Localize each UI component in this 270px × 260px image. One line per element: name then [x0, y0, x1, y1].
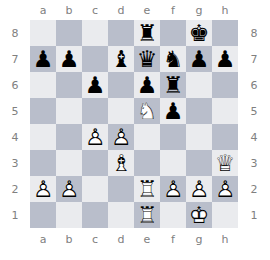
square-e3[interactable] — [134, 150, 160, 176]
file-label-top-d: d — [108, 0, 134, 20]
square-a7[interactable]: ♟ — [30, 46, 56, 72]
file-label-bottom-b: b — [56, 228, 82, 260]
rank-label-left-4: 4 — [0, 124, 30, 150]
piece-black-pawn-c6[interactable]: ♟ — [82, 72, 108, 98]
piece-white-pawn-c4[interactable]: ♟♙ — [82, 124, 108, 150]
square-d2[interactable] — [108, 176, 134, 202]
king-icon: ♔ — [186, 202, 212, 228]
pawn-icon: ♙ — [160, 176, 186, 202]
queen-icon: ♕ — [212, 150, 238, 176]
piece-black-pawn-b7[interactable]: ♟ — [56, 46, 82, 72]
square-d4[interactable]: ♟♙ — [108, 124, 134, 150]
rank-label-right-7: 7 — [238, 46, 270, 72]
square-d1[interactable] — [108, 202, 134, 228]
rank-label-left-3: 3 — [0, 150, 30, 176]
pawn-icon: ♟ — [160, 98, 186, 124]
square-b6[interactable] — [56, 72, 82, 98]
piece-white-rook-e1[interactable]: ♜♖ — [134, 202, 160, 228]
file-label-bottom-h: h — [212, 228, 238, 260]
pawn-icon: ♟ — [134, 72, 160, 98]
piece-black-king-g8[interactable]: ♚ — [186, 20, 212, 46]
rank-label-left-1: 1 — [0, 202, 30, 228]
piece-black-pawn-e6[interactable]: ♟ — [134, 72, 160, 98]
square-e6[interactable]: ♟ — [134, 72, 160, 98]
square-f3[interactable] — [160, 150, 186, 176]
square-d6[interactable] — [108, 72, 134, 98]
square-c3[interactable] — [82, 150, 108, 176]
corner-top-left — [0, 0, 30, 20]
queen-icon: ♛ — [134, 46, 160, 72]
square-g3[interactable] — [186, 150, 212, 176]
pawn-icon: ♙ — [30, 176, 56, 202]
piece-black-rook-e8[interactable]: ♜ — [134, 20, 160, 46]
piece-black-pawn-h7[interactable]: ♟ — [212, 46, 238, 72]
square-g2[interactable]: ♟♙ — [186, 176, 212, 202]
rook-icon: ♖ — [134, 176, 160, 202]
chess-board: abcdefgh8♜♚87♟♟♝♛♞♟♟76♟♟♜65♞♘♟54♟♙♟♙43♝♗… — [0, 0, 270, 260]
square-d7[interactable]: ♝ — [108, 46, 134, 72]
square-b5[interactable] — [56, 98, 82, 124]
square-c5[interactable] — [82, 98, 108, 124]
square-f4[interactable] — [160, 124, 186, 150]
square-e2[interactable]: ♜♖ — [134, 176, 160, 202]
square-g8[interactable]: ♚ — [186, 20, 212, 46]
square-a1[interactable] — [30, 202, 56, 228]
rank-label-left-8: 8 — [0, 20, 30, 46]
piece-white-pawn-d4[interactable]: ♟♙ — [108, 124, 134, 150]
piece-black-bishop-d7[interactable]: ♝ — [108, 46, 134, 72]
square-c4[interactable]: ♟♙ — [82, 124, 108, 150]
square-h2[interactable]: ♟♙ — [212, 176, 238, 202]
square-e4[interactable] — [134, 124, 160, 150]
file-label-bottom-f: f — [160, 228, 186, 260]
pawn-icon: ♟ — [56, 46, 82, 72]
piece-white-pawn-f2[interactable]: ♟♙ — [160, 176, 186, 202]
pawn-icon: ♟ — [212, 46, 238, 72]
square-g6[interactable] — [186, 72, 212, 98]
square-g4[interactable] — [186, 124, 212, 150]
square-b8[interactable] — [56, 20, 82, 46]
piece-white-knight-e5[interactable]: ♞♘ — [134, 98, 160, 124]
pawn-icon: ♙ — [82, 124, 108, 150]
square-c8[interactable] — [82, 20, 108, 46]
file-label-bottom-c: c — [82, 228, 108, 260]
square-e7[interactable]: ♛ — [134, 46, 160, 72]
piece-white-pawn-g2[interactable]: ♟♙ — [186, 176, 212, 202]
square-c6[interactable]: ♟ — [82, 72, 108, 98]
square-d5[interactable] — [108, 98, 134, 124]
square-h4[interactable] — [212, 124, 238, 150]
square-h6[interactable] — [212, 72, 238, 98]
piece-black-pawn-a7[interactable]: ♟ — [30, 46, 56, 72]
rank-label-right-3: 3 — [238, 150, 270, 176]
piece-black-pawn-f5[interactable]: ♟ — [160, 98, 186, 124]
square-a8[interactable] — [30, 20, 56, 46]
rank-label-right-2: 2 — [238, 176, 270, 202]
file-label-top-e: e — [134, 0, 160, 20]
square-e5[interactable]: ♞♘ — [134, 98, 160, 124]
square-b4[interactable] — [56, 124, 82, 150]
rank-label-right-8: 8 — [238, 20, 270, 46]
file-label-top-b: b — [56, 0, 82, 20]
square-c7[interactable] — [82, 46, 108, 72]
file-label-top-f: f — [160, 0, 186, 20]
knight-icon: ♘ — [134, 98, 160, 124]
file-label-top-a: a — [30, 0, 56, 20]
square-a6[interactable] — [30, 72, 56, 98]
knight-icon: ♞ — [160, 46, 186, 72]
square-h7[interactable]: ♟ — [212, 46, 238, 72]
square-c1[interactable] — [82, 202, 108, 228]
pawn-icon: ♙ — [108, 124, 134, 150]
file-label-bottom-a: a — [30, 228, 56, 260]
rank-label-left-6: 6 — [0, 72, 30, 98]
rank-label-right-4: 4 — [238, 124, 270, 150]
square-h8[interactable] — [212, 20, 238, 46]
rank-label-left-7: 7 — [0, 46, 30, 72]
square-c2[interactable] — [82, 176, 108, 202]
square-a3[interactable] — [30, 150, 56, 176]
square-e8[interactable]: ♜ — [134, 20, 160, 46]
rank-label-right-1: 1 — [238, 202, 270, 228]
square-f6[interactable]: ♜ — [160, 72, 186, 98]
chess-diagram: abcdefgh8♜♚87♟♟♝♛♞♟♟76♟♟♜65♞♘♟54♟♙♟♙43♝♗… — [0, 0, 270, 260]
rank-label-left-5: 5 — [0, 98, 30, 124]
piece-white-pawn-h2[interactable]: ♟♙ — [212, 176, 238, 202]
piece-black-rook-f6[interactable]: ♜ — [160, 72, 186, 98]
pawn-icon: ♙ — [212, 176, 238, 202]
file-label-top-g: g — [186, 0, 212, 20]
file-label-top-h: h — [212, 0, 238, 20]
square-f7[interactable]: ♞ — [160, 46, 186, 72]
file-label-bottom-e: e — [134, 228, 160, 260]
corner-bottom-left — [0, 228, 30, 260]
square-h1[interactable] — [212, 202, 238, 228]
square-a5[interactable] — [30, 98, 56, 124]
rank-label-right-5: 5 — [238, 98, 270, 124]
square-d8[interactable] — [108, 20, 134, 46]
square-b7[interactable]: ♟ — [56, 46, 82, 72]
square-a2[interactable]: ♟♙ — [30, 176, 56, 202]
corner-bottom-right — [238, 228, 270, 260]
pawn-icon: ♟ — [30, 46, 56, 72]
square-b2[interactable]: ♟♙ — [56, 176, 82, 202]
pawn-icon: ♙ — [186, 176, 212, 202]
king-icon: ♚ — [186, 20, 212, 46]
rank-label-left-2: 2 — [0, 176, 30, 202]
piece-black-queen-e7[interactable]: ♛ — [134, 46, 160, 72]
square-b3[interactable] — [56, 150, 82, 176]
square-b1[interactable] — [56, 202, 82, 228]
file-label-bottom-g: g — [186, 228, 212, 260]
pawn-icon: ♙ — [56, 176, 82, 202]
bishop-icon: ♝ — [108, 46, 134, 72]
corner-top-right — [238, 0, 270, 20]
pawn-icon: ♟ — [82, 72, 108, 98]
square-g1[interactable]: ♚♔ — [186, 202, 212, 228]
pawn-icon: ♟ — [186, 46, 212, 72]
rook-icon: ♖ — [134, 202, 160, 228]
piece-black-pawn-g7[interactable]: ♟ — [186, 46, 212, 72]
square-g5[interactable] — [186, 98, 212, 124]
square-f1[interactable] — [160, 202, 186, 228]
square-a4[interactable] — [30, 124, 56, 150]
square-d3[interactable]: ♝♗ — [108, 150, 134, 176]
square-f8[interactable] — [160, 20, 186, 46]
rook-icon: ♜ — [134, 20, 160, 46]
piece-white-pawn-b2[interactable]: ♟♙ — [56, 176, 82, 202]
piece-white-rook-e2[interactable]: ♜♖ — [134, 176, 160, 202]
rank-label-right-6: 6 — [238, 72, 270, 98]
piece-white-pawn-a2[interactable]: ♟♙ — [30, 176, 56, 202]
piece-white-queen-h3[interactable]: ♛♕ — [212, 150, 238, 176]
square-h5[interactable] — [212, 98, 238, 124]
rook-icon: ♜ — [160, 72, 186, 98]
piece-white-king-g1[interactable]: ♚♔ — [186, 202, 212, 228]
piece-black-knight-f7[interactable]: ♞ — [160, 46, 186, 72]
bishop-icon: ♗ — [108, 150, 134, 176]
square-h3[interactable]: ♛♕ — [212, 150, 238, 176]
square-e1[interactable]: ♜♖ — [134, 202, 160, 228]
piece-white-bishop-d3[interactable]: ♝♗ — [108, 150, 134, 176]
square-f5[interactable]: ♟ — [160, 98, 186, 124]
square-f2[interactable]: ♟♙ — [160, 176, 186, 202]
file-label-bottom-d: d — [108, 228, 134, 260]
square-g7[interactable]: ♟ — [186, 46, 212, 72]
file-label-top-c: c — [82, 0, 108, 20]
